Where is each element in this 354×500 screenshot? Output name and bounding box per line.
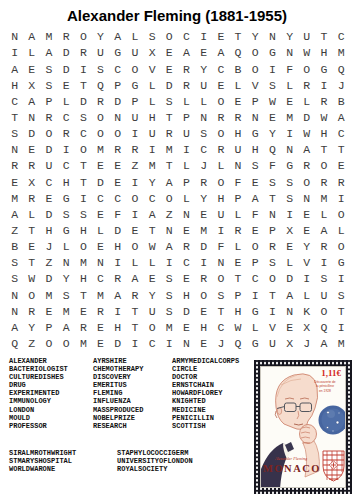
grid-cell: S [281, 174, 298, 190]
word-list-item: IMMUNOLOGY [9, 397, 68, 405]
grid-cell: R [40, 110, 57, 126]
grid-cell: S [247, 158, 264, 174]
grid-cell: O [298, 61, 315, 77]
grid-cell: W [23, 271, 40, 287]
grid-cell: E [298, 223, 315, 239]
grid-cell: D [161, 77, 178, 93]
grid-cell: U [178, 126, 195, 142]
grid-cell: Y [298, 239, 315, 255]
grid-cell: E [40, 303, 57, 319]
grid-cell: U [126, 110, 143, 126]
grid-cell: L [144, 77, 161, 93]
grid-cell: E [264, 110, 281, 126]
grid-cell: P [178, 174, 195, 190]
grid-cell: R [229, 110, 246, 126]
grid-cell: L [281, 77, 298, 93]
grid-cell: D [109, 336, 126, 352]
grid-cell: C [40, 174, 57, 190]
grid-cell: S [6, 126, 23, 142]
grid-cell: C [6, 94, 23, 110]
grid-cell: U [144, 303, 161, 319]
grid-cell: R [315, 94, 332, 110]
grid-cell: C [333, 29, 350, 45]
grid-cell: C [75, 126, 92, 142]
grid-cell: G [126, 77, 143, 93]
grid-cell: M [333, 336, 350, 352]
grid-cell: A [247, 190, 264, 206]
grid-cell: O [333, 207, 350, 223]
grid-cell: O [92, 110, 109, 126]
grid-cell: N [6, 287, 23, 303]
stamp-inner: 1,11€ Découverte de la pénicilline en 19… [260, 366, 346, 488]
grid-cell: E [23, 61, 40, 77]
grid-cell: T [126, 303, 143, 319]
grid-cell: E [178, 271, 195, 287]
grid-cell: N [212, 255, 229, 271]
grid-cell: R [75, 320, 92, 336]
grid-cell: Q [229, 45, 246, 61]
grid-cell: O [109, 126, 126, 142]
grid-cell: D [40, 271, 57, 287]
word-list-extra-column-2: STAPHYLOCOCCIGERMUNIVERSITYOFLONDONROYAL… [117, 449, 193, 473]
grid-cell: T [229, 29, 246, 45]
word-list-item: MEDICINE [172, 406, 239, 414]
grid-cell: E [178, 223, 195, 239]
grid-cell: N [264, 207, 281, 223]
grid-cell: L [92, 223, 109, 239]
grid-cell: S [315, 271, 332, 287]
grid-cell: L [229, 77, 246, 93]
grid-cell: Z [23, 336, 40, 352]
grid-cell: R [315, 174, 332, 190]
grid-cell: D [109, 223, 126, 239]
grid-cell: T [23, 255, 40, 271]
grid-cell: H [247, 142, 264, 158]
grid-cell: X [23, 174, 40, 190]
grid-cell: A [161, 174, 178, 190]
word-list-item: ERNSTCHAIN [172, 381, 239, 389]
grid-cell: U [212, 207, 229, 223]
grid-cell: H [109, 320, 126, 336]
grid-cell: M [92, 287, 109, 303]
grid-cell: P [109, 77, 126, 93]
word-list-item: DRUG [9, 381, 68, 389]
grid-cell: S [161, 271, 178, 287]
grid-cell: N [281, 142, 298, 158]
grid-cell: M [40, 29, 57, 45]
grid-cell: C [109, 61, 126, 77]
grid-cell: Q [315, 320, 332, 336]
grid-cell: L [298, 287, 315, 303]
grid-cell: S [195, 126, 212, 142]
grid-cell: R [23, 303, 40, 319]
grid-cell: E [40, 190, 57, 206]
grid-cell: S [40, 61, 57, 77]
grid-cell: H [195, 320, 212, 336]
grid-cell: O [315, 158, 332, 174]
grid-cell: R [178, 61, 195, 77]
grid-cell: U [144, 126, 161, 142]
grid-cell: H [229, 126, 246, 142]
grid-cell: A [40, 45, 57, 61]
grid-cell: O [247, 61, 264, 77]
grid-cell: H [315, 45, 332, 61]
grid-cell: E [109, 174, 126, 190]
stamp-subject-label: Alexander Fleming [263, 457, 319, 461]
grid-cell: L [126, 255, 143, 271]
word-list-item: EMERITUS [93, 381, 143, 389]
grid-cell: T [75, 174, 92, 190]
grid-cell: R [109, 142, 126, 158]
grid-cell: H [75, 223, 92, 239]
grid-cell: T [144, 223, 161, 239]
grid-cell: T [23, 223, 40, 239]
grid-cell: I [126, 336, 143, 352]
grid-cell: Z [126, 158, 143, 174]
grid-cell: S [75, 110, 92, 126]
grid-cell: W [298, 126, 315, 142]
grid-cell: R [195, 174, 212, 190]
grid-cell: V [247, 77, 264, 93]
monaco-crest-icon [323, 451, 344, 481]
grid-cell: R [315, 239, 332, 255]
grid-cell: D [178, 303, 195, 319]
grid-cell: W [229, 320, 246, 336]
grid-cell: E [229, 94, 246, 110]
grid-cell: S [40, 77, 57, 93]
grid-cell: M [92, 142, 109, 158]
grid-cell: O [144, 320, 161, 336]
grid-cell: C [144, 190, 161, 206]
grid-cell: T [229, 271, 246, 287]
grid-cell: R [126, 287, 143, 303]
grid-cell: I [333, 190, 350, 206]
grid-cell: C [212, 61, 229, 77]
grid-cell: E [144, 271, 161, 287]
grid-cell: O [75, 239, 92, 255]
grid-cell: R [195, 271, 212, 287]
grid-cell: S [6, 271, 23, 287]
word-list-item: WORLDWARONE [9, 465, 76, 473]
grid-cell: N [109, 110, 126, 126]
grid-cell: S [161, 287, 178, 303]
word-list-item: STAPHYLOCOCCIGERM [117, 449, 193, 457]
grid-cell: Y [23, 320, 40, 336]
word-list-item: ARMYMEDICALCORPS [172, 357, 239, 365]
word-list-item: SIRALMROTHWRIGHT [9, 449, 76, 457]
grid-cell: G [333, 255, 350, 271]
grid-cell: C [212, 320, 229, 336]
grid-cell: L [178, 190, 195, 206]
stamp-price: 1,11€ [321, 369, 341, 378]
grid-cell: A [23, 94, 40, 110]
grid-cell: Q [264, 142, 281, 158]
grid-cell: F [281, 61, 298, 77]
grid-cell: S [333, 287, 350, 303]
stamp: 1,11€ Découverte de la pénicilline en 19… [254, 360, 352, 494]
grid-cell: E [195, 45, 212, 61]
word-list-item: MOULD [9, 414, 68, 422]
grid-cell: L [178, 94, 195, 110]
grid-cell: N [281, 45, 298, 61]
grid-cell: E [298, 207, 315, 223]
grid-cell: I [264, 303, 281, 319]
grid-cell: P [264, 223, 281, 239]
grid-cell: O [161, 29, 178, 45]
word-list-item: PENICILLIN [172, 414, 239, 422]
grid-cell: O [264, 271, 281, 287]
grid-cell: A [109, 287, 126, 303]
grid-cell: E [109, 158, 126, 174]
petri-dish-icon [319, 406, 347, 435]
grid-cell: P [229, 287, 246, 303]
grid-cell: L [58, 94, 75, 110]
grid-cell: G [247, 303, 264, 319]
grid-cell: I [6, 45, 23, 61]
word-list-item: MASSPRODUCED [93, 406, 143, 414]
grid-cell: E [58, 77, 75, 93]
grid-cell: X [23, 77, 40, 93]
grid-cell: T [333, 303, 350, 319]
grid-cell: M [333, 45, 350, 61]
grid-cell: I [195, 29, 212, 45]
grid-cell: D [195, 239, 212, 255]
grid-cell: E [23, 142, 40, 158]
grid-cell: C [58, 110, 75, 126]
grid-cell: I [58, 142, 75, 158]
grid-cell: U [298, 29, 315, 45]
grid-cell: R [298, 77, 315, 93]
grid-cell: R [229, 223, 246, 239]
grid-cell: K [298, 303, 315, 319]
grid-cell: M [195, 223, 212, 239]
grid-cell: I [75, 61, 92, 77]
grid-cell: I [109, 255, 126, 271]
grid-cell: M [161, 320, 178, 336]
grid-cell: Y [195, 61, 212, 77]
grid-cell: N [298, 190, 315, 206]
grid-cell: G [264, 45, 281, 61]
grid-cell: W [315, 110, 332, 126]
grid-cell: Y [264, 126, 281, 142]
grid-cell: H [58, 174, 75, 190]
grid-cell: D [40, 207, 57, 223]
grid-cell: M [58, 303, 75, 319]
grid-cell: D [58, 45, 75, 61]
grid-cell: R [333, 174, 350, 190]
grid-cell: A [315, 336, 332, 352]
grid-cell: E [92, 239, 109, 255]
grid-cell: M [6, 190, 23, 206]
grid-cell: T [264, 287, 281, 303]
word-list-item: INFLUENZA [93, 397, 143, 405]
grid-cell: C [92, 271, 109, 287]
word-list-column-2: AYRSHIRECHEMOTHERAPYDISCOVERYEMERITUSFLE… [93, 357, 143, 430]
grid-cell: H [75, 271, 92, 287]
word-list-item: PROFESSOR [9, 422, 68, 430]
grid-cell: M [40, 287, 57, 303]
grid-cell: C [178, 29, 195, 45]
word-list-item: NOBELPRIZE [93, 414, 143, 422]
word-list-item: ALEXANDER [9, 357, 68, 365]
grid-cell: E [195, 303, 212, 319]
grid-cell: S [58, 207, 75, 223]
grid-cell: I [333, 271, 350, 287]
grid-cell: E [92, 207, 109, 223]
grid-cell: L [126, 29, 143, 45]
grid-cell: U [264, 336, 281, 352]
grid-cell: Y [92, 29, 109, 45]
grid-cell: E [281, 239, 298, 255]
grid-cell: L [229, 207, 246, 223]
grid-cell: I [247, 287, 264, 303]
grid-cell: O [23, 287, 40, 303]
grid-cell: O [40, 126, 57, 142]
grid-cell: E [92, 336, 109, 352]
grid-cell: E [161, 45, 178, 61]
grid-cell: S [264, 174, 281, 190]
grid-cell: M [281, 110, 298, 126]
grid-cell: D [281, 271, 298, 287]
word-list-item: KNIGHTED [172, 397, 239, 405]
grid-cell: O [315, 303, 332, 319]
grid-cell: S [281, 190, 298, 206]
word-search-grid: NAMROYALSOCIETYNYUTCILADRUGUXEAEAQOGNWHM… [6, 29, 350, 352]
grid-cell: O [212, 94, 229, 110]
grid-cell: J [298, 336, 315, 352]
grid-cell: C [144, 336, 161, 352]
grid-cell: Y [144, 287, 161, 303]
grid-cell: O [333, 239, 350, 255]
grid-cell: S [58, 287, 75, 303]
grid-cell: J [333, 77, 350, 93]
grid-cell: I [161, 336, 178, 352]
grid-cell: F [229, 174, 246, 190]
grid-cell: E [178, 320, 195, 336]
grid-cell: R [6, 158, 23, 174]
grid-cell: R [109, 271, 126, 287]
grid-cell: D [92, 174, 109, 190]
grid-cell: N [247, 110, 264, 126]
grid-cell: I [161, 255, 178, 271]
grid-cell: B [229, 61, 246, 77]
grid-cell: T [315, 142, 332, 158]
grid-cell: T [75, 77, 92, 93]
word-list-item: RESEARCH [93, 422, 143, 430]
grid-cell: O [212, 271, 229, 287]
grid-cell: S [161, 94, 178, 110]
grid-cell: N [229, 158, 246, 174]
grid-cell: G [247, 336, 264, 352]
grid-cell: J [195, 158, 212, 174]
grid-cell: P [126, 94, 143, 110]
grid-cell: H [6, 77, 23, 93]
grid-cell: J [40, 239, 57, 255]
grid-cell: R [23, 158, 40, 174]
grid-cell: T [333, 142, 350, 158]
grid-cell: T [315, 29, 332, 45]
word-list-item: ROYALSOCIETY [117, 465, 193, 473]
word-list-column-3: ARMYMEDICALCORPSCIRCLEDOCTORERNSTCHAINHO… [172, 357, 239, 430]
grid-cell: O [92, 126, 109, 142]
grid-cell: U [315, 287, 332, 303]
grid-cell: M [144, 158, 161, 174]
grid-cell: D [109, 94, 126, 110]
grid-cell: L [281, 255, 298, 271]
grid-cell: A [6, 320, 23, 336]
grid-cell: D [58, 61, 75, 77]
grid-cell: N [178, 336, 195, 352]
grid-cell: P [178, 110, 195, 126]
grid-cell: M [75, 255, 92, 271]
grid-cell: P [40, 320, 57, 336]
grid-cell: L [144, 94, 161, 110]
grid-cell: L [23, 207, 40, 223]
word-list-item: CHEMOTHERAPY [93, 365, 143, 373]
grid-cell: E [161, 61, 178, 77]
grid-cell: L [315, 207, 332, 223]
stamp-caption: Découverte de la pénicilline en 1928 [308, 380, 342, 393]
grid-cell: S [264, 77, 281, 93]
grid-cell: O [75, 29, 92, 45]
grid-cell: W [264, 94, 281, 110]
grid-cell: G [247, 126, 264, 142]
grid-cell: O [298, 174, 315, 190]
grid-cell: V [264, 320, 281, 336]
grid-cell: Y [195, 190, 212, 206]
grid-cell: N [264, 29, 281, 45]
grid-cell: T [75, 158, 92, 174]
grid-cell: S [92, 61, 109, 77]
grid-cell: S [6, 255, 23, 271]
grid-cell: P [229, 190, 246, 206]
grid-cell: T [161, 158, 178, 174]
grid-cell: S [144, 29, 161, 45]
grid-cell: H [109, 239, 126, 255]
grid-cell: N [161, 223, 178, 239]
grid-cell: O [195, 287, 212, 303]
grid-cell: C [92, 190, 109, 206]
grid-cell: I [333, 320, 350, 336]
grid-cell: W [298, 45, 315, 61]
grid-cell: N [6, 303, 23, 319]
grid-cell: A [315, 223, 332, 239]
grid-cell: O [126, 239, 143, 255]
grid-cell: I [144, 142, 161, 158]
grid-cell: G [315, 61, 332, 77]
grid-cell: F [247, 207, 264, 223]
word-list-item: CIRCLE [172, 365, 239, 373]
grid-cell: O [247, 45, 264, 61]
grid-cell: L [195, 94, 212, 110]
word-list-extra-column-1: SIRALMROTHWRIGHTSTMARYSHOSPITALWORLDWARO… [9, 449, 76, 473]
grid-cell: A [161, 239, 178, 255]
grid-cell: T [126, 320, 143, 336]
word-list-item: LONDON [9, 406, 68, 414]
grid-cell: R [92, 94, 109, 110]
grid-cell: H [178, 287, 195, 303]
grid-cell: M [75, 336, 92, 352]
grid-cell: Q [92, 77, 109, 93]
grid-cell: N [23, 110, 40, 126]
grid-cell: D [75, 94, 92, 110]
grid-cell: T [6, 110, 23, 126]
grid-cell: A [298, 142, 315, 158]
stamp-country-label: MONACO [263, 463, 319, 475]
grid-cell: N [6, 29, 23, 45]
grid-cell: O [58, 336, 75, 352]
grid-cell: V [298, 255, 315, 271]
